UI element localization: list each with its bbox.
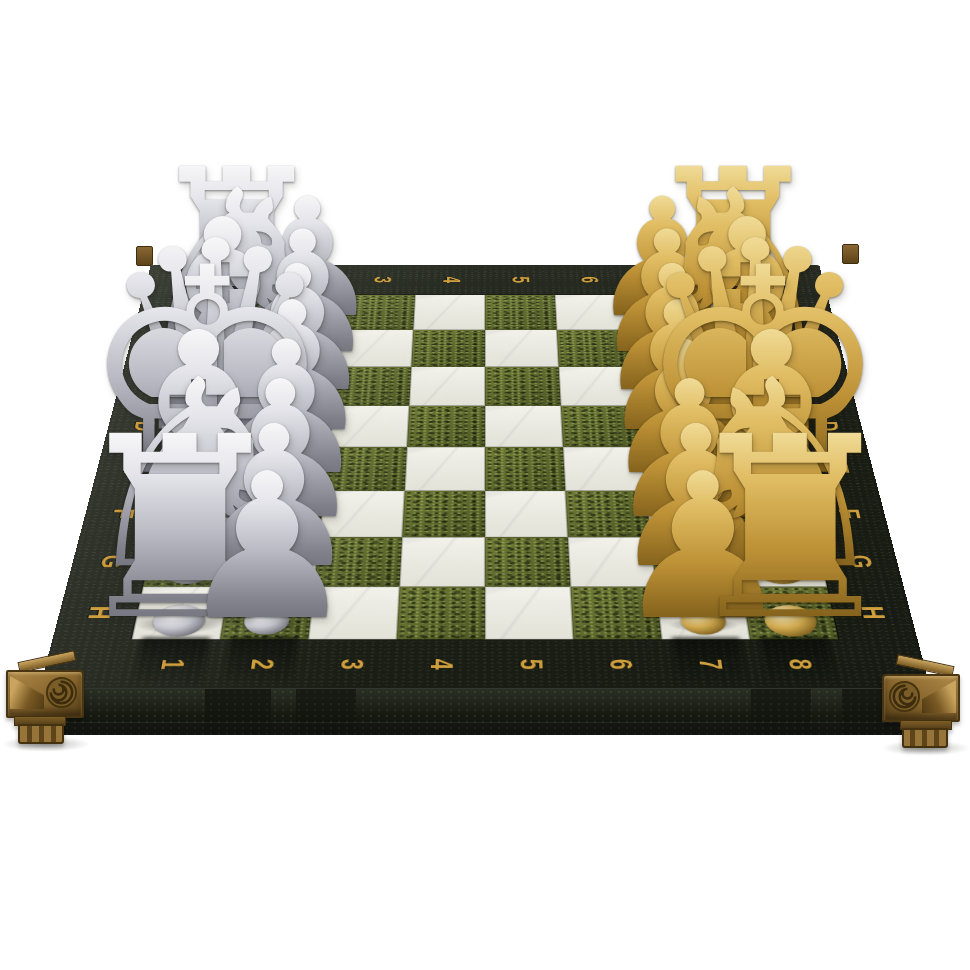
leg-fluted-foot — [18, 724, 64, 744]
volute-icon — [887, 679, 922, 714]
square-c5[interactable] — [485, 367, 561, 406]
rank-label-front-4: 4 — [422, 659, 458, 670]
leg-capital — [6, 670, 84, 718]
square-b4[interactable] — [411, 330, 485, 367]
square-d4[interactable] — [407, 406, 485, 447]
square-c4[interactable] — [409, 367, 485, 406]
square-f5[interactable] — [485, 491, 568, 537]
square-e5[interactable] — [485, 447, 565, 491]
slab-front-face — [39, 688, 931, 735]
square-h4[interactable] — [397, 587, 485, 640]
square-a5[interactable] — [485, 295, 557, 330]
square-e4[interactable] — [405, 447, 485, 491]
leg-wedge — [922, 680, 956, 713]
piece-white-pawn-h2[interactable]: ♟ — [177, 447, 357, 648]
square-h5[interactable] — [485, 587, 573, 640]
bronze-leg-front-right — [886, 674, 960, 746]
leg-fluted-foot — [902, 728, 948, 748]
square-g4[interactable] — [400, 537, 485, 586]
square-g5[interactable] — [485, 537, 570, 586]
product-photo: AABBCCDDEEFFGGHH1122334455667788 ♜♟ — [0, 0, 970, 970]
square-f4[interactable] — [402, 491, 485, 537]
square-a4[interactable] — [413, 295, 485, 330]
bronze-leg-front-left — [6, 670, 80, 742]
piece-black-rook-h8[interactable]: ♜ — [677, 404, 902, 655]
rank-label-back-5: 5 — [506, 277, 534, 283]
square-d5[interactable] — [485, 406, 563, 447]
square-b5[interactable] — [485, 330, 559, 367]
rank-label-front-5: 5 — [512, 659, 548, 670]
leg-capital — [882, 674, 960, 722]
leg-wedge — [10, 676, 44, 709]
volute-icon — [44, 675, 79, 710]
rank-label-back-4: 4 — [437, 277, 465, 283]
